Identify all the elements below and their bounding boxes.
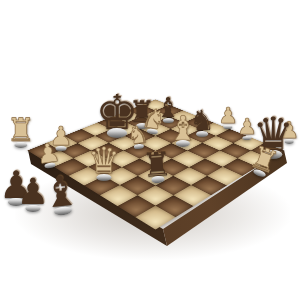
- piece-light-rook[interactable]: ♜: [5, 114, 37, 146]
- metal-base: [107, 128, 127, 138]
- piece-light-bishop[interactable]: ♝: [166, 111, 200, 145]
- piece-dark-bishop[interactable]: ♝: [38, 169, 84, 215]
- chess-set-photo: ♚♜♝♞♞♝♞♜♛♟♟♜♟♟♜♛♟♟♟♝: [0, 0, 300, 300]
- metal-base: [176, 140, 190, 147]
- piece-light-queen[interactable]: ♛: [86, 143, 122, 179]
- pieces-layer: ♚♜♝♞♞♝♞♜♛♟♟♜♟♟♜♛♟♟♟♝: [0, 0, 300, 300]
- metal-base: [223, 125, 232, 129]
- piece-light-knight[interactable]: ♞: [125, 122, 151, 148]
- piece-light-pawn[interactable]: ♟: [34, 138, 63, 167]
- piece-dark-rook[interactable]: ♜: [139, 147, 174, 182]
